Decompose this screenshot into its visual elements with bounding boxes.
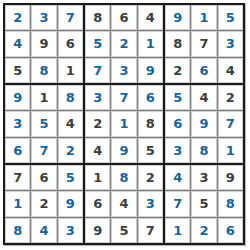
cell-r5c1[interactable]: 3 — [5, 111, 30, 136]
cell-r6c2[interactable]: 7 — [31, 138, 56, 163]
cell-r7c3[interactable]: 5 — [58, 165, 83, 190]
cell-r4c4[interactable]: 3 — [85, 85, 110, 110]
cell-r1c8[interactable]: 1 — [191, 5, 216, 30]
cell-r8c6[interactable]: 3 — [138, 191, 163, 216]
cell-r7c8[interactable]: 3 — [191, 165, 216, 190]
cell-r3c1[interactable]: 5 — [5, 58, 30, 83]
cell-r1c7[interactable]: 9 — [165, 5, 190, 30]
cell-r5c3[interactable]: 4 — [58, 111, 83, 136]
cell-r8c5[interactable]: 4 — [111, 191, 136, 216]
cell-r3c2[interactable]: 8 — [31, 58, 56, 83]
cell-r6c1[interactable]: 6 — [5, 138, 30, 163]
cell-r4c5[interactable]: 7 — [111, 85, 136, 110]
cell-r5c9[interactable]: 7 — [218, 111, 243, 136]
cell-r5c5[interactable]: 1 — [111, 111, 136, 136]
cell-r2c7[interactable]: 8 — [165, 31, 190, 56]
cell-r3c3[interactable]: 1 — [58, 58, 83, 83]
sudoku-box-1-3: 915873264 — [165, 5, 243, 83]
cell-r1c9[interactable]: 5 — [218, 5, 243, 30]
cell-r9c2[interactable]: 4 — [31, 218, 56, 243]
cell-r9c1[interactable]: 8 — [5, 218, 30, 243]
cell-r4c1[interactable]: 9 — [5, 85, 30, 110]
sudoku-box-2-3: 542697381 — [165, 85, 243, 163]
cell-r9c4[interactable]: 9 — [85, 218, 110, 243]
cell-r2c6[interactable]: 1 — [138, 31, 163, 56]
cell-r8c2[interactable]: 2 — [31, 191, 56, 216]
cell-r6c8[interactable]: 8 — [191, 138, 216, 163]
cell-r6c7[interactable]: 3 — [165, 138, 190, 163]
cell-r2c1[interactable]: 4 — [5, 31, 30, 56]
sudoku-box-2-1: 918354672 — [5, 85, 83, 163]
cell-r1c2[interactable]: 3 — [31, 5, 56, 30]
sudoku-box-2-2: 376218495 — [85, 85, 163, 163]
cell-r1c1[interactable]: 2 — [5, 5, 30, 30]
sudoku-box-3-1: 765129843 — [5, 165, 83, 243]
cell-r9c8[interactable]: 2 — [191, 218, 216, 243]
cell-r2c9[interactable]: 3 — [218, 31, 243, 56]
cell-r3c5[interactable]: 3 — [111, 58, 136, 83]
cell-r8c7[interactable]: 7 — [165, 191, 190, 216]
cell-r7c4[interactable]: 1 — [85, 165, 110, 190]
sudoku-board: 2374965818645217399158732649183546723762… — [3, 3, 245, 245]
cell-r8c1[interactable]: 1 — [5, 191, 30, 216]
cell-r7c5[interactable]: 8 — [111, 165, 136, 190]
cell-r3c9[interactable]: 4 — [218, 58, 243, 83]
cell-r5c7[interactable]: 6 — [165, 111, 190, 136]
cell-r2c8[interactable]: 7 — [191, 31, 216, 56]
cell-r7c2[interactable]: 6 — [31, 165, 56, 190]
cell-r6c4[interactable]: 4 — [85, 138, 110, 163]
cell-r1c4[interactable]: 8 — [85, 5, 110, 30]
cell-r3c4[interactable]: 7 — [85, 58, 110, 83]
sudoku-box-3-3: 439758126 — [165, 165, 243, 243]
cell-r8c3[interactable]: 9 — [58, 191, 83, 216]
cell-r9c6[interactable]: 7 — [138, 218, 163, 243]
cell-r2c2[interactable]: 9 — [31, 31, 56, 56]
cell-r1c5[interactable]: 6 — [111, 5, 136, 30]
cell-r8c9[interactable]: 8 — [218, 191, 243, 216]
cell-r5c8[interactable]: 9 — [191, 111, 216, 136]
cell-r7c6[interactable]: 2 — [138, 165, 163, 190]
cell-r9c5[interactable]: 5 — [111, 218, 136, 243]
cell-r9c9[interactable]: 6 — [218, 218, 243, 243]
cell-r5c6[interactable]: 8 — [138, 111, 163, 136]
cell-r6c6[interactable]: 5 — [138, 138, 163, 163]
sudoku-app: 2374965818645217399158732649183546723762… — [0, 0, 250, 250]
cell-r4c8[interactable]: 4 — [191, 85, 216, 110]
cell-r8c4[interactable]: 6 — [85, 191, 110, 216]
sudoku-box-3-2: 182643957 — [85, 165, 163, 243]
cell-r9c3[interactable]: 3 — [58, 218, 83, 243]
sudoku-box-1-2: 864521739 — [85, 5, 163, 83]
sudoku-box-1-1: 237496581 — [5, 5, 83, 83]
cell-r7c7[interactable]: 4 — [165, 165, 190, 190]
cell-r4c3[interactable]: 8 — [58, 85, 83, 110]
cell-r4c2[interactable]: 1 — [31, 85, 56, 110]
cell-r2c4[interactable]: 5 — [85, 31, 110, 56]
cell-r6c5[interactable]: 9 — [111, 138, 136, 163]
cell-r7c1[interactable]: 7 — [5, 165, 30, 190]
cell-r4c7[interactable]: 5 — [165, 85, 190, 110]
cell-r2c5[interactable]: 2 — [111, 31, 136, 56]
cell-r3c6[interactable]: 9 — [138, 58, 163, 83]
cell-r1c6[interactable]: 4 — [138, 5, 163, 30]
cell-r6c9[interactable]: 1 — [218, 138, 243, 163]
cell-r3c7[interactable]: 2 — [165, 58, 190, 83]
cell-r1c3[interactable]: 7 — [58, 5, 83, 30]
cell-r4c6[interactable]: 6 — [138, 85, 163, 110]
cell-r4c9[interactable]: 2 — [218, 85, 243, 110]
cell-r5c2[interactable]: 5 — [31, 111, 56, 136]
cell-r6c3[interactable]: 2 — [58, 138, 83, 163]
cell-r7c9[interactable]: 9 — [218, 165, 243, 190]
cell-r8c8[interactable]: 5 — [191, 191, 216, 216]
cell-r9c7[interactable]: 1 — [165, 218, 190, 243]
cell-r5c4[interactable]: 2 — [85, 111, 110, 136]
cell-r2c3[interactable]: 6 — [58, 31, 83, 56]
cell-r3c8[interactable]: 6 — [191, 58, 216, 83]
